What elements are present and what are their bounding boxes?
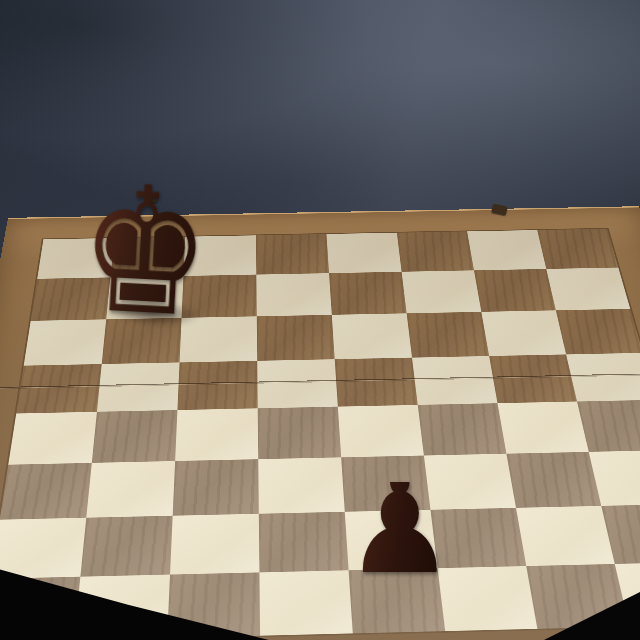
square-b4[interactable]: [92, 410, 178, 463]
square-g5[interactable]: [489, 354, 577, 403]
square-g8[interactable]: [467, 230, 546, 270]
black-pawn-glyph: ♟: [345, 482, 456, 572]
square-f6[interactable]: [407, 312, 490, 358]
square-d4[interactable]: [258, 407, 341, 460]
square-h8[interactable]: [537, 229, 618, 269]
black-king[interactable]: ♚: [68, 176, 223, 324]
square-g6[interactable]: [481, 310, 566, 356]
square-e7[interactable]: [329, 272, 407, 315]
square-e6[interactable]: [332, 313, 412, 359]
square-d2[interactable]: [259, 512, 349, 573]
square-a2[interactable]: [0, 518, 86, 579]
square-g1[interactable]: [526, 564, 629, 629]
square-h5[interactable]: [566, 353, 640, 402]
square-g2[interactable]: [516, 506, 615, 566]
square-b3[interactable]: [86, 461, 175, 518]
square-g7[interactable]: [474, 269, 556, 312]
square-b2[interactable]: [80, 516, 172, 577]
black-king-glyph: ♚: [77, 180, 213, 323]
square-d1[interactable]: [259, 570, 352, 635]
black-pawn[interactable]: ♟: [336, 478, 464, 572]
square-f7[interactable]: [402, 270, 482, 313]
square-c2[interactable]: [170, 514, 259, 575]
square-b5[interactable]: [97, 362, 180, 411]
square-g4[interactable]: [497, 402, 588, 454]
square-d3[interactable]: [258, 457, 345, 513]
photo-stage: ♚ ♟: [0, 0, 640, 640]
square-h4[interactable]: [577, 400, 640, 452]
square-e5[interactable]: [335, 358, 418, 407]
square-c3[interactable]: [173, 459, 259, 516]
square-h6[interactable]: [556, 309, 640, 355]
square-f5[interactable]: [412, 356, 497, 405]
square-g3[interactable]: [506, 452, 601, 508]
square-e8[interactable]: [326, 233, 401, 273]
square-f8[interactable]: [397, 231, 474, 271]
square-d8[interactable]: [256, 234, 329, 275]
square-d7[interactable]: [256, 273, 331, 316]
square-a3[interactable]: [0, 463, 92, 520]
square-c5[interactable]: [177, 361, 257, 410]
square-b1[interactable]: [74, 575, 170, 640]
square-a1[interactable]: [0, 577, 80, 640]
square-c1[interactable]: [167, 572, 260, 638]
square-c4[interactable]: [175, 408, 258, 461]
square-d5[interactable]: [257, 359, 338, 408]
square-a5[interactable]: [16, 364, 101, 413]
square-d6[interactable]: [257, 315, 335, 361]
square-a4[interactable]: [8, 412, 97, 465]
square-h7[interactable]: [546, 268, 630, 311]
